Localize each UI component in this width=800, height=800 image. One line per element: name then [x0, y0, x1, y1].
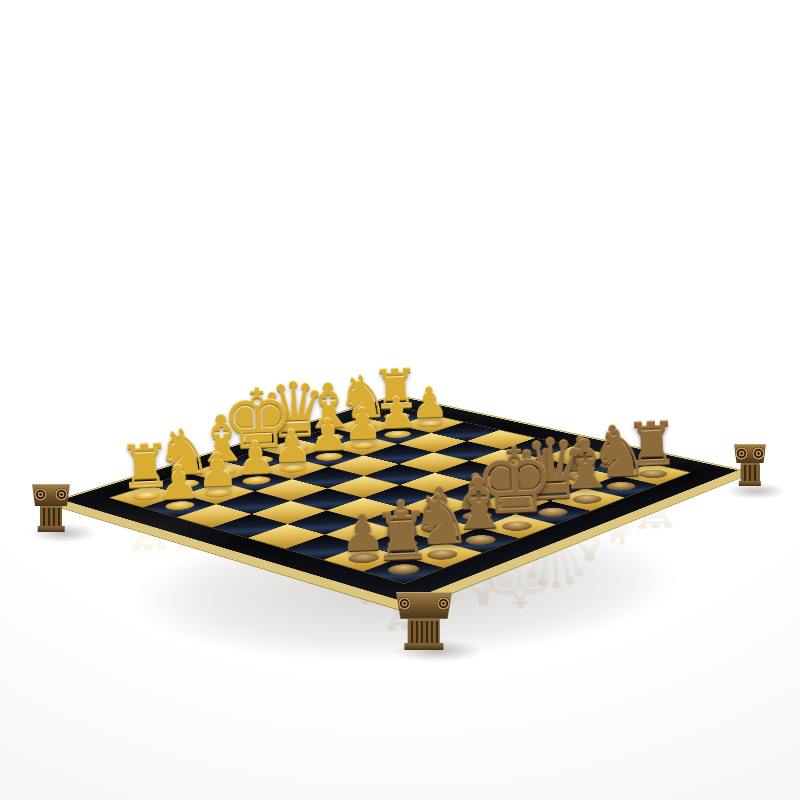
foot-capital: [734, 444, 766, 463]
volute-icon: [34, 488, 47, 501]
volute-icon: [752, 447, 765, 460]
chess-set-photo: ♜♜♟♟♟♟♜♜♞♞♟♟♟♟♞♞♝♝♟♟♟♟♝♝♛♛♟♟♟♟♛♛♚♚♟♟♟♟♚♚…: [0, 0, 800, 800]
gold-pawn[interactable]: ♟: [107, 456, 250, 509]
board-perspective-wrapper: ♜♜♟♟♟♟♜♜♞♞♟♟♟♟♞♞♝♝♟♟♟♟♝♝♛♛♟♟♟♟♛♛♚♚♟♟♟♟♚♚…: [139, 227, 660, 748]
volute-icon: [735, 447, 748, 460]
foot-plinth: [404, 643, 443, 650]
square-h8[interactable]: ♜♜: [363, 556, 444, 583]
board-grid: ♜♜♟♟♟♟♜♜♞♞♟♟♟♟♞♞♝♝♟♟♟♟♝♝♛♛♟♟♟♟♛♛♚♚♟♟♟♟♚♚…: [110, 407, 690, 583]
foot-plinth: [739, 481, 761, 486]
volute-icon: [55, 488, 68, 501]
foot-capital: [32, 484, 70, 506]
flute-ornament: [408, 619, 440, 646]
board-foot-right: [734, 444, 766, 486]
foot-plinth: [38, 526, 65, 532]
board-foot-left: [32, 484, 70, 532]
volute-icon: [398, 597, 411, 610]
bronze-rook[interactable]: ♜: [323, 500, 481, 573]
volute-icon: [437, 597, 450, 610]
board-foot-near: [396, 592, 452, 650]
foot-capital: [396, 592, 452, 619]
